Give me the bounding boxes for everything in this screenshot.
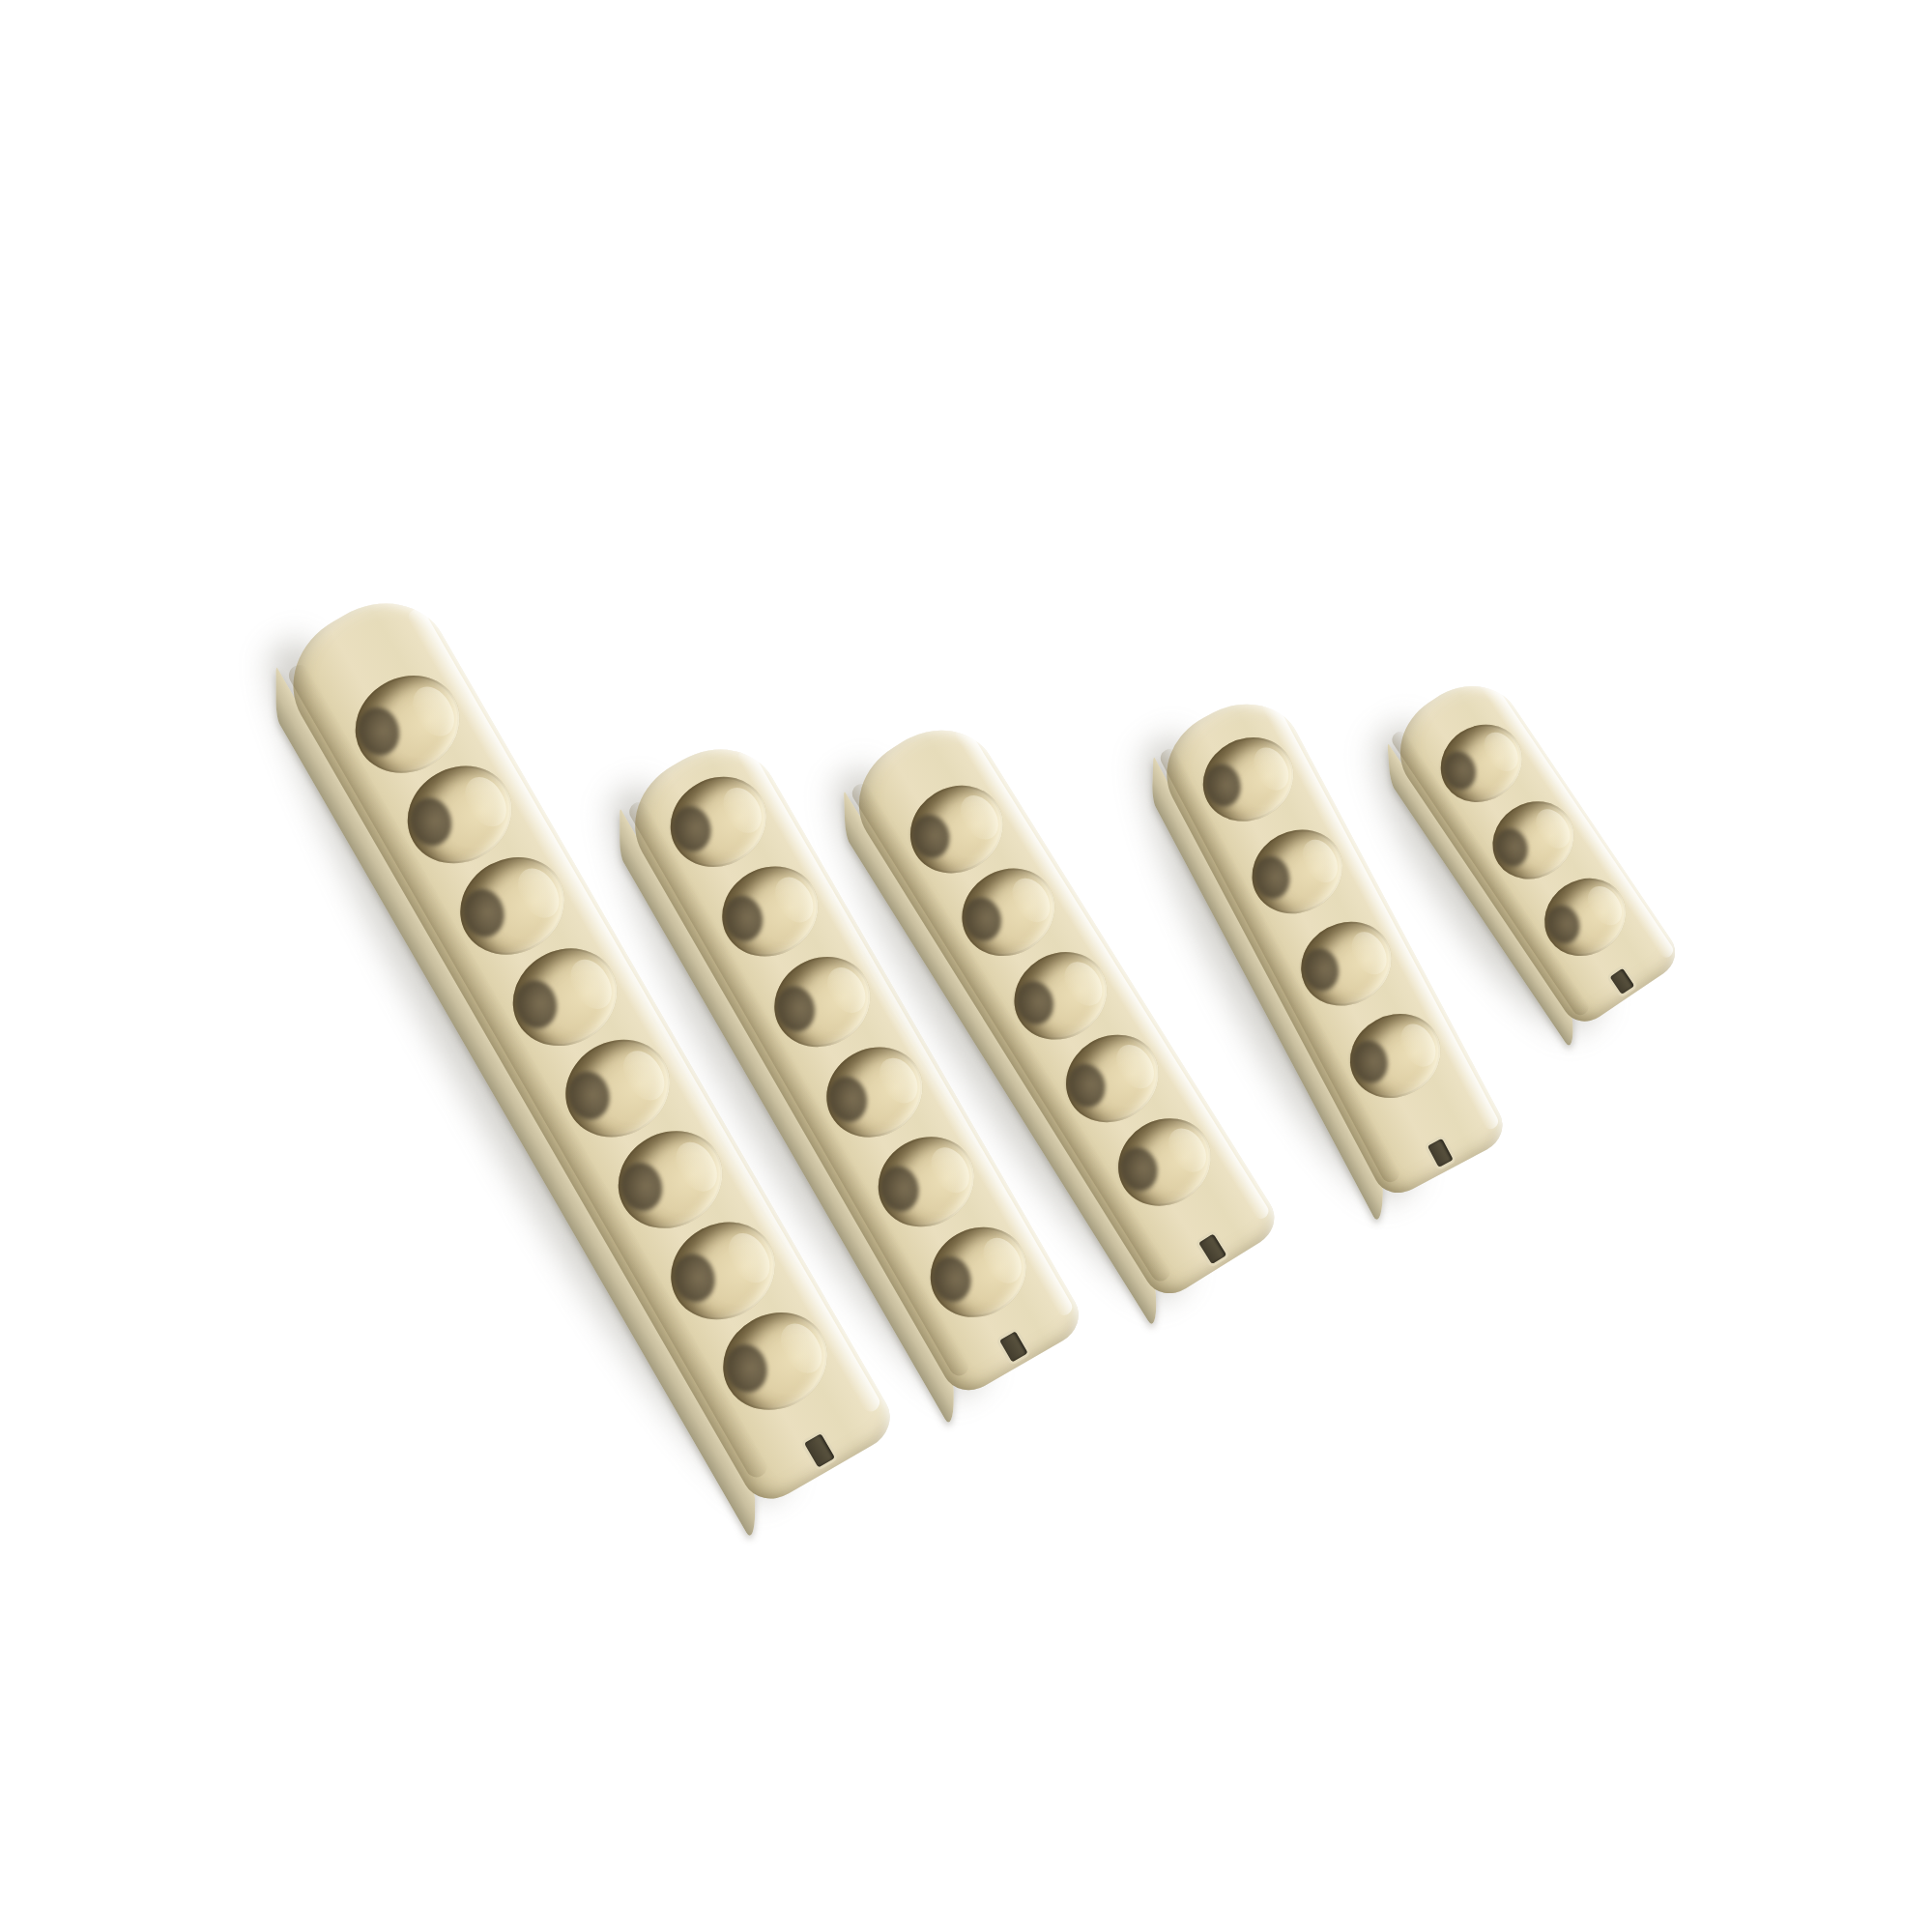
end-notch	[804, 1433, 835, 1467]
end-notch	[1000, 1331, 1028, 1362]
end-notch	[1198, 1234, 1226, 1265]
end-notch	[1610, 968, 1635, 995]
end-notch	[1427, 1139, 1454, 1168]
product-photo	[0, 0, 1932, 1932]
